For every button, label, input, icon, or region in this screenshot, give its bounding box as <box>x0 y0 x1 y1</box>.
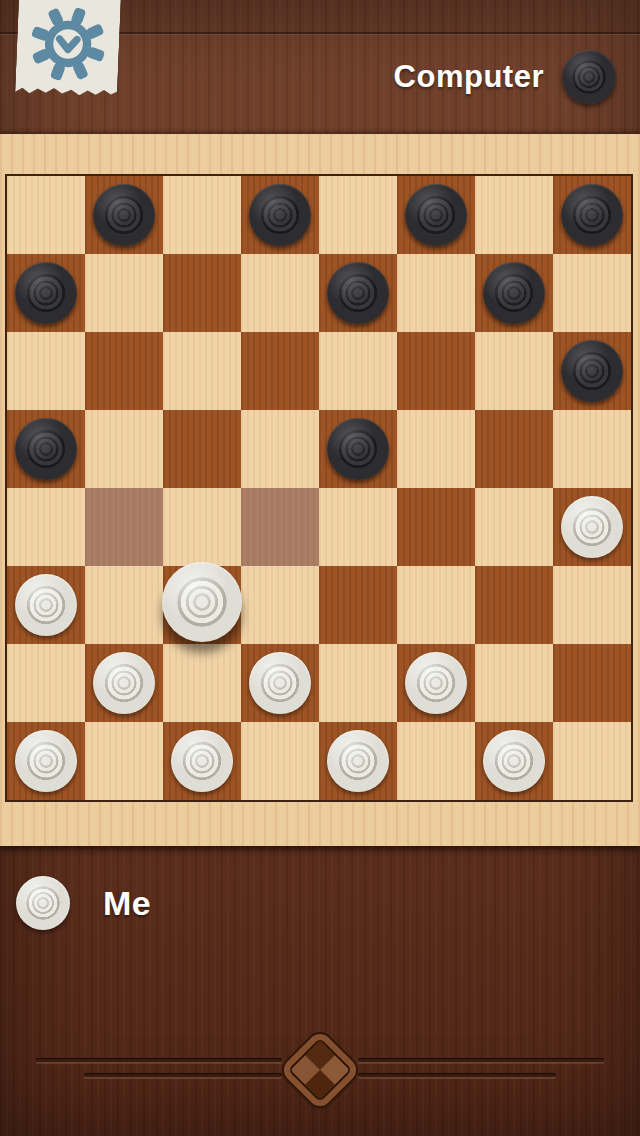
white-checker[interactable] <box>171 730 233 792</box>
square-0-5[interactable] <box>397 176 475 254</box>
square-6-6 <box>475 644 553 722</box>
square-3-2[interactable] <box>163 410 241 488</box>
square-6-3[interactable] <box>241 644 319 722</box>
square-2-4 <box>319 332 397 410</box>
square-4-5[interactable] <box>397 488 475 566</box>
square-0-7[interactable] <box>553 176 631 254</box>
square-0-6 <box>475 176 553 254</box>
square-1-1 <box>85 254 163 332</box>
square-6-5[interactable] <box>397 644 475 722</box>
square-6-7[interactable] <box>553 644 631 722</box>
square-5-5 <box>397 566 475 644</box>
square-4-4 <box>319 488 397 566</box>
square-1-5 <box>397 254 475 332</box>
square-0-1[interactable] <box>85 176 163 254</box>
divider-line-right-long <box>358 1058 604 1062</box>
black-checker <box>249 184 311 246</box>
white-checker[interactable] <box>15 574 77 636</box>
square-1-3 <box>241 254 319 332</box>
white-checker[interactable] <box>327 730 389 792</box>
square-1-2[interactable] <box>163 254 241 332</box>
square-0-0 <box>7 176 85 254</box>
square-2-3[interactable] <box>241 332 319 410</box>
square-4-0 <box>7 488 85 566</box>
player-indicator: Me <box>16 876 151 930</box>
opponent-checker-icon <box>562 50 616 104</box>
square-2-6 <box>475 332 553 410</box>
square-4-3-highlighted[interactable] <box>241 488 319 566</box>
square-7-4[interactable] <box>319 722 397 800</box>
square-5-2[interactable] <box>163 566 241 644</box>
white-checker[interactable] <box>483 730 545 792</box>
black-checker <box>327 418 389 480</box>
opponent-indicator: Computer <box>394 50 616 104</box>
square-4-1-highlighted[interactable] <box>85 488 163 566</box>
white-checker[interactable] <box>561 496 623 558</box>
square-7-0[interactable] <box>7 722 85 800</box>
black-checker <box>15 418 77 480</box>
square-2-7[interactable] <box>553 332 631 410</box>
square-3-1 <box>85 410 163 488</box>
square-5-4[interactable] <box>319 566 397 644</box>
square-2-0 <box>7 332 85 410</box>
square-7-5 <box>397 722 475 800</box>
checkers-board <box>0 134 640 846</box>
settings-button[interactable] <box>15 0 121 102</box>
white-checker[interactable] <box>15 730 77 792</box>
player-label: Me <box>103 884 151 923</box>
square-7-2[interactable] <box>163 722 241 800</box>
square-7-3 <box>241 722 319 800</box>
square-5-7 <box>553 566 631 644</box>
black-checker <box>15 262 77 324</box>
divider-line-right-short <box>358 1073 556 1077</box>
white-checker[interactable] <box>249 652 311 714</box>
square-6-4 <box>319 644 397 722</box>
square-0-4 <box>319 176 397 254</box>
square-3-5 <box>397 410 475 488</box>
square-6-0 <box>7 644 85 722</box>
square-4-2 <box>163 488 241 566</box>
square-5-0[interactable] <box>7 566 85 644</box>
square-3-3 <box>241 410 319 488</box>
square-0-2 <box>163 176 241 254</box>
square-2-2 <box>163 332 241 410</box>
black-checker <box>327 262 389 324</box>
square-3-6[interactable] <box>475 410 553 488</box>
board-grid <box>5 174 633 802</box>
black-checker <box>93 184 155 246</box>
square-4-7[interactable] <box>553 488 631 566</box>
square-2-1[interactable] <box>85 332 163 410</box>
player-checker-icon <box>16 876 70 930</box>
square-1-7 <box>553 254 631 332</box>
square-1-6[interactable] <box>475 254 553 332</box>
settings-gear-icon <box>27 2 110 85</box>
square-3-7 <box>553 410 631 488</box>
black-checker <box>483 262 545 324</box>
square-5-6[interactable] <box>475 566 553 644</box>
square-6-2 <box>163 644 241 722</box>
square-7-6[interactable] <box>475 722 553 800</box>
square-1-0[interactable] <box>7 254 85 332</box>
white-checker[interactable] <box>405 652 467 714</box>
square-3-0[interactable] <box>7 410 85 488</box>
white-checker[interactable] <box>93 652 155 714</box>
opponent-label: Computer <box>394 59 544 95</box>
square-7-1 <box>85 722 163 800</box>
square-2-5[interactable] <box>397 332 475 410</box>
square-1-4[interactable] <box>319 254 397 332</box>
square-7-7 <box>553 722 631 800</box>
divider-line-left-long <box>36 1058 282 1062</box>
black-checker <box>561 184 623 246</box>
white-checker-selected[interactable] <box>162 562 242 642</box>
square-6-1[interactable] <box>85 644 163 722</box>
divider-line-left-short <box>84 1073 282 1077</box>
square-5-1 <box>85 566 163 644</box>
square-4-6 <box>475 488 553 566</box>
black-checker <box>561 340 623 402</box>
square-3-4[interactable] <box>319 410 397 488</box>
square-0-3[interactable] <box>241 176 319 254</box>
black-checker <box>405 184 467 246</box>
square-5-3 <box>241 566 319 644</box>
